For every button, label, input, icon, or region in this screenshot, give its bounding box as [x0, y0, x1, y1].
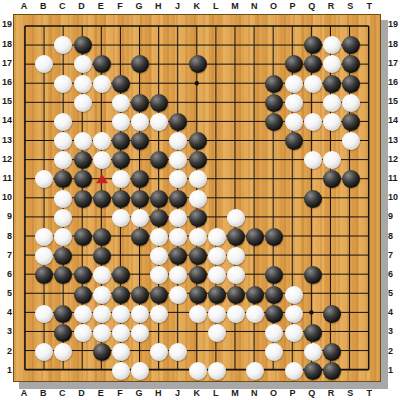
intersection-F15[interactable]: [111, 93, 130, 112]
intersection-S18[interactable]: [342, 36, 361, 55]
intersection-B12[interactable]: [35, 151, 54, 170]
intersection-R15[interactable]: [322, 93, 341, 112]
intersection-S13[interactable]: [342, 132, 361, 151]
intersection-P14[interactable]: [284, 112, 303, 131]
intersection-G2[interactable]: [131, 343, 150, 362]
intersection-P17[interactable]: [284, 55, 303, 74]
intersection-B15[interactable]: [35, 93, 54, 112]
intersection-A11[interactable]: [15, 170, 34, 189]
intersection-A8[interactable]: [15, 227, 34, 246]
intersection-E1[interactable]: [92, 362, 111, 381]
intersection-S1[interactable]: [342, 362, 361, 381]
intersection-P1[interactable]: [284, 362, 303, 381]
intersection-L4[interactable]: [207, 304, 226, 323]
intersection-A15[interactable]: [15, 93, 34, 112]
intersection-Q15[interactable]: [303, 93, 322, 112]
intersection-L5[interactable]: [207, 285, 226, 304]
intersection-B17[interactable]: [35, 55, 54, 74]
intersection-F12[interactable]: [111, 151, 130, 170]
intersection-R4[interactable]: [322, 304, 341, 323]
intersection-P7[interactable]: [284, 247, 303, 266]
intersection-G11[interactable]: [131, 170, 150, 189]
intersection-T18[interactable]: [361, 36, 380, 55]
intersection-H13[interactable]: [150, 132, 169, 151]
intersection-N17[interactable]: [246, 55, 265, 74]
intersection-J3[interactable]: [169, 323, 188, 342]
intersection-K5[interactable]: [188, 285, 207, 304]
intersection-C16[interactable]: [54, 74, 73, 93]
intersection-G7[interactable]: [131, 247, 150, 266]
intersection-K13[interactable]: [188, 132, 207, 151]
intersection-Q10[interactable]: [303, 189, 322, 208]
intersection-C7[interactable]: [54, 247, 73, 266]
intersection-F6[interactable]: [111, 266, 130, 285]
intersection-N1[interactable]: [246, 362, 265, 381]
intersection-Q8[interactable]: [303, 227, 322, 246]
intersection-O8[interactable]: [265, 227, 284, 246]
intersection-P5[interactable]: [284, 285, 303, 304]
intersection-Q7[interactable]: [303, 247, 322, 266]
intersection-R6[interactable]: [322, 266, 341, 285]
intersection-O17[interactable]: [265, 55, 284, 74]
intersection-K14[interactable]: [188, 112, 207, 131]
intersection-F2[interactable]: [111, 343, 130, 362]
intersection-K12[interactable]: [188, 151, 207, 170]
intersection-L19[interactable]: [207, 16, 226, 35]
intersection-D10[interactable]: [73, 189, 92, 208]
intersection-G12[interactable]: [131, 151, 150, 170]
intersection-H7[interactable]: [150, 247, 169, 266]
intersection-P2[interactable]: [284, 343, 303, 362]
intersection-T15[interactable]: [361, 93, 380, 112]
intersection-Q18[interactable]: [303, 36, 322, 55]
intersection-Q5[interactable]: [303, 285, 322, 304]
intersection-E10[interactable]: [92, 189, 111, 208]
intersection-A7[interactable]: [15, 247, 34, 266]
intersection-T7[interactable]: [361, 247, 380, 266]
intersection-D2[interactable]: [73, 343, 92, 362]
intersection-E8[interactable]: [92, 227, 111, 246]
intersection-O9[interactable]: [265, 208, 284, 227]
intersection-P11[interactable]: [284, 170, 303, 189]
intersection-R12[interactable]: [322, 151, 341, 170]
intersection-M9[interactable]: [226, 208, 245, 227]
intersection-R10[interactable]: [322, 189, 341, 208]
intersection-N9[interactable]: [246, 208, 265, 227]
intersection-B2[interactable]: [35, 343, 54, 362]
intersection-M19[interactable]: [226, 16, 245, 35]
intersection-K6[interactable]: [188, 266, 207, 285]
intersection-Q3[interactable]: [303, 323, 322, 342]
intersection-L15[interactable]: [207, 93, 226, 112]
intersection-E9[interactable]: [92, 208, 111, 227]
intersection-B14[interactable]: [35, 112, 54, 131]
intersection-Q4[interactable]: [303, 304, 322, 323]
intersection-N11[interactable]: [246, 170, 265, 189]
intersection-D8[interactable]: [73, 227, 92, 246]
intersection-T9[interactable]: [361, 208, 380, 227]
intersection-R18[interactable]: [322, 36, 341, 55]
intersection-G9[interactable]: [131, 208, 150, 227]
intersection-P10[interactable]: [284, 189, 303, 208]
intersection-H14[interactable]: [150, 112, 169, 131]
intersection-T12[interactable]: [361, 151, 380, 170]
intersection-H3[interactable]: [150, 323, 169, 342]
intersection-L7[interactable]: [207, 247, 226, 266]
intersection-C10[interactable]: [54, 189, 73, 208]
intersection-R14[interactable]: [322, 112, 341, 131]
intersection-T13[interactable]: [361, 132, 380, 151]
intersection-A18[interactable]: [15, 36, 34, 55]
intersection-L11[interactable]: [207, 170, 226, 189]
intersection-B7[interactable]: [35, 247, 54, 266]
intersection-A6[interactable]: [15, 266, 34, 285]
intersection-R17[interactable]: [322, 55, 341, 74]
intersection-T17[interactable]: [361, 55, 380, 74]
intersection-N6[interactable]: [246, 266, 265, 285]
intersection-S9[interactable]: [342, 208, 361, 227]
intersection-C18[interactable]: [54, 36, 73, 55]
intersection-J2[interactable]: [169, 343, 188, 362]
intersection-J12[interactable]: [169, 151, 188, 170]
intersection-H18[interactable]: [150, 36, 169, 55]
intersection-E3[interactable]: [92, 323, 111, 342]
intersection-B13[interactable]: [35, 132, 54, 151]
intersection-L14[interactable]: [207, 112, 226, 131]
intersection-R7[interactable]: [322, 247, 341, 266]
intersection-J14[interactable]: [169, 112, 188, 131]
intersection-M15[interactable]: [226, 93, 245, 112]
intersection-F8[interactable]: [111, 227, 130, 246]
intersection-O14[interactable]: [265, 112, 284, 131]
intersection-K8[interactable]: [188, 227, 207, 246]
intersection-A2[interactable]: [15, 343, 34, 362]
intersection-J7[interactable]: [169, 247, 188, 266]
intersection-O3[interactable]: [265, 323, 284, 342]
intersection-G19[interactable]: [131, 16, 150, 35]
intersection-O6[interactable]: [265, 266, 284, 285]
intersection-M18[interactable]: [226, 36, 245, 55]
intersection-A9[interactable]: [15, 208, 34, 227]
intersection-K15[interactable]: [188, 93, 207, 112]
intersection-R11[interactable]: [322, 170, 341, 189]
intersection-H17[interactable]: [150, 55, 169, 74]
intersection-Q17[interactable]: [303, 55, 322, 74]
intersection-S17[interactable]: [342, 55, 361, 74]
intersection-H1[interactable]: [150, 362, 169, 381]
intersection-D7[interactable]: [73, 247, 92, 266]
intersection-G16[interactable]: [131, 74, 150, 93]
intersection-S12[interactable]: [342, 151, 361, 170]
intersection-G15[interactable]: [131, 93, 150, 112]
intersection-H9[interactable]: [150, 208, 169, 227]
intersection-G14[interactable]: [131, 112, 150, 131]
intersection-B9[interactable]: [35, 208, 54, 227]
intersection-N2[interactable]: [246, 343, 265, 362]
intersection-J15[interactable]: [169, 93, 188, 112]
intersection-E15[interactable]: [92, 93, 111, 112]
intersection-D3[interactable]: [73, 323, 92, 342]
intersection-F18[interactable]: [111, 36, 130, 55]
intersection-N7[interactable]: [246, 247, 265, 266]
intersection-K17[interactable]: [188, 55, 207, 74]
intersection-P9[interactable]: [284, 208, 303, 227]
intersection-J19[interactable]: [169, 16, 188, 35]
intersection-N4[interactable]: [246, 304, 265, 323]
intersection-B16[interactable]: [35, 74, 54, 93]
intersection-Q2[interactable]: [303, 343, 322, 362]
intersection-C9[interactable]: [54, 208, 73, 227]
intersection-D1[interactable]: [73, 362, 92, 381]
intersection-S15[interactable]: [342, 93, 361, 112]
intersection-C1[interactable]: [54, 362, 73, 381]
intersection-K16[interactable]: [188, 74, 207, 93]
intersection-G18[interactable]: [131, 36, 150, 55]
intersection-E16[interactable]: [92, 74, 111, 93]
intersection-C15[interactable]: [54, 93, 73, 112]
intersection-B11[interactable]: [35, 170, 54, 189]
intersection-E13[interactable]: [92, 132, 111, 151]
intersection-L8[interactable]: [207, 227, 226, 246]
intersection-J5[interactable]: [169, 285, 188, 304]
intersection-L18[interactable]: [207, 36, 226, 55]
intersection-R19[interactable]: [322, 16, 341, 35]
intersection-J6[interactable]: [169, 266, 188, 285]
intersection-J17[interactable]: [169, 55, 188, 74]
intersection-G1[interactable]: [131, 362, 150, 381]
intersection-D19[interactable]: [73, 16, 92, 35]
intersection-H2[interactable]: [150, 343, 169, 362]
intersection-L9[interactable]: [207, 208, 226, 227]
intersection-F7[interactable]: [111, 247, 130, 266]
intersection-S7[interactable]: [342, 247, 361, 266]
intersection-N5[interactable]: [246, 285, 265, 304]
intersection-B4[interactable]: [35, 304, 54, 323]
intersection-A16[interactable]: [15, 74, 34, 93]
intersection-D17[interactable]: [73, 55, 92, 74]
intersection-K9[interactable]: [188, 208, 207, 227]
intersection-M10[interactable]: [226, 189, 245, 208]
intersection-E19[interactable]: [92, 16, 111, 35]
intersection-F14[interactable]: [111, 112, 130, 131]
intersection-O1[interactable]: [265, 362, 284, 381]
intersection-C13[interactable]: [54, 132, 73, 151]
intersection-B18[interactable]: [35, 36, 54, 55]
intersection-L13[interactable]: [207, 132, 226, 151]
intersection-G10[interactable]: [131, 189, 150, 208]
intersection-F17[interactable]: [111, 55, 130, 74]
intersection-M6[interactable]: [226, 266, 245, 285]
intersection-S5[interactable]: [342, 285, 361, 304]
intersection-L2[interactable]: [207, 343, 226, 362]
intersection-C6[interactable]: [54, 266, 73, 285]
intersection-Q1[interactable]: [303, 362, 322, 381]
intersection-K19[interactable]: [188, 16, 207, 35]
intersection-T5[interactable]: [361, 285, 380, 304]
intersection-H10[interactable]: [150, 189, 169, 208]
intersection-N14[interactable]: [246, 112, 265, 131]
intersection-E18[interactable]: [92, 36, 111, 55]
intersection-L16[interactable]: [207, 74, 226, 93]
intersection-C12[interactable]: [54, 151, 73, 170]
intersection-S2[interactable]: [342, 343, 361, 362]
intersection-T10[interactable]: [361, 189, 380, 208]
intersection-A13[interactable]: [15, 132, 34, 151]
intersection-A14[interactable]: [15, 112, 34, 131]
intersection-F16[interactable]: [111, 74, 130, 93]
intersection-P6[interactable]: [284, 266, 303, 285]
intersection-A17[interactable]: [15, 55, 34, 74]
intersection-O18[interactable]: [265, 36, 284, 55]
intersection-C14[interactable]: [54, 112, 73, 131]
intersection-C19[interactable]: [54, 16, 73, 35]
intersection-N16[interactable]: [246, 74, 265, 93]
intersection-D11[interactable]: [73, 170, 92, 189]
intersection-E2[interactable]: [92, 343, 111, 362]
intersection-H11[interactable]: [150, 170, 169, 189]
intersection-K18[interactable]: [188, 36, 207, 55]
intersection-G5[interactable]: [131, 285, 150, 304]
intersection-Q11[interactable]: [303, 170, 322, 189]
intersection-M5[interactable]: [226, 285, 245, 304]
intersection-O5[interactable]: [265, 285, 284, 304]
intersection-J13[interactable]: [169, 132, 188, 151]
intersection-M1[interactable]: [226, 362, 245, 381]
intersection-S11[interactable]: [342, 170, 361, 189]
intersection-K3[interactable]: [188, 323, 207, 342]
intersection-E12[interactable]: [92, 151, 111, 170]
intersection-S14[interactable]: [342, 112, 361, 131]
intersection-J1[interactable]: [169, 362, 188, 381]
intersection-P8[interactable]: [284, 227, 303, 246]
intersection-S8[interactable]: [342, 227, 361, 246]
intersection-E5[interactable]: [92, 285, 111, 304]
intersection-R16[interactable]: [322, 74, 341, 93]
intersection-T2[interactable]: [361, 343, 380, 362]
intersection-C8[interactable]: [54, 227, 73, 246]
intersection-S19[interactable]: [342, 16, 361, 35]
intersection-H15[interactable]: [150, 93, 169, 112]
intersection-L10[interactable]: [207, 189, 226, 208]
intersection-A3[interactable]: [15, 323, 34, 342]
intersection-R3[interactable]: [322, 323, 341, 342]
intersection-K10[interactable]: [188, 189, 207, 208]
intersection-M7[interactable]: [226, 247, 245, 266]
intersection-F19[interactable]: [111, 16, 130, 35]
intersection-D16[interactable]: [73, 74, 92, 93]
intersection-P16[interactable]: [284, 74, 303, 93]
intersection-T4[interactable]: [361, 304, 380, 323]
intersection-O19[interactable]: [265, 16, 284, 35]
intersection-B6[interactable]: [35, 266, 54, 285]
intersection-T16[interactable]: [361, 74, 380, 93]
intersection-M13[interactable]: [226, 132, 245, 151]
intersection-H4[interactable]: [150, 304, 169, 323]
intersection-D9[interactable]: [73, 208, 92, 227]
intersection-A5[interactable]: [15, 285, 34, 304]
intersection-F4[interactable]: [111, 304, 130, 323]
intersection-J8[interactable]: [169, 227, 188, 246]
intersection-S16[interactable]: [342, 74, 361, 93]
intersection-T14[interactable]: [361, 112, 380, 131]
intersection-T6[interactable]: [361, 266, 380, 285]
intersection-A4[interactable]: [15, 304, 34, 323]
intersection-S4[interactable]: [342, 304, 361, 323]
intersection-O4[interactable]: [265, 304, 284, 323]
intersection-A10[interactable]: [15, 189, 34, 208]
intersection-N10[interactable]: [246, 189, 265, 208]
intersection-B19[interactable]: [35, 16, 54, 35]
intersection-G13[interactable]: [131, 132, 150, 151]
intersection-K4[interactable]: [188, 304, 207, 323]
intersection-H12[interactable]: [150, 151, 169, 170]
intersection-G17[interactable]: [131, 55, 150, 74]
intersection-T3[interactable]: [361, 323, 380, 342]
intersection-R5[interactable]: [322, 285, 341, 304]
intersection-D18[interactable]: [73, 36, 92, 55]
intersection-C17[interactable]: [54, 55, 73, 74]
intersection-C11[interactable]: [54, 170, 73, 189]
intersection-M16[interactable]: [226, 74, 245, 93]
intersection-Q9[interactable]: [303, 208, 322, 227]
intersection-Q6[interactable]: [303, 266, 322, 285]
intersection-E4[interactable]: [92, 304, 111, 323]
intersection-P3[interactable]: [284, 323, 303, 342]
intersection-D5[interactable]: [73, 285, 92, 304]
intersection-N3[interactable]: [246, 323, 265, 342]
intersection-J16[interactable]: [169, 74, 188, 93]
intersection-H6[interactable]: [150, 266, 169, 285]
intersection-S10[interactable]: [342, 189, 361, 208]
intersection-O2[interactable]: [265, 343, 284, 362]
intersection-R9[interactable]: [322, 208, 341, 227]
intersection-T1[interactable]: [361, 362, 380, 381]
intersection-C5[interactable]: [54, 285, 73, 304]
intersection-J9[interactable]: [169, 208, 188, 227]
intersection-G6[interactable]: [131, 266, 150, 285]
intersection-D12[interactable]: [73, 151, 92, 170]
intersection-O7[interactable]: [265, 247, 284, 266]
intersection-O12[interactable]: [265, 151, 284, 170]
intersection-K11[interactable]: [188, 170, 207, 189]
intersection-B1[interactable]: [35, 362, 54, 381]
intersection-C2[interactable]: [54, 343, 73, 362]
intersection-M17[interactable]: [226, 55, 245, 74]
intersection-M2[interactable]: [226, 343, 245, 362]
intersection-T19[interactable]: [361, 16, 380, 35]
intersection-G3[interactable]: [131, 323, 150, 342]
intersection-D6[interactable]: [73, 266, 92, 285]
intersection-K2[interactable]: [188, 343, 207, 362]
intersection-N12[interactable]: [246, 151, 265, 170]
intersection-P12[interactable]: [284, 151, 303, 170]
intersection-D14[interactable]: [73, 112, 92, 131]
intersection-P15[interactable]: [284, 93, 303, 112]
intersection-K7[interactable]: [188, 247, 207, 266]
intersection-F13[interactable]: [111, 132, 130, 151]
intersection-P13[interactable]: [284, 132, 303, 151]
intersection-H16[interactable]: [150, 74, 169, 93]
intersection-Q12[interactable]: [303, 151, 322, 170]
intersection-H19[interactable]: [150, 16, 169, 35]
intersection-F5[interactable]: [111, 285, 130, 304]
intersection-B8[interactable]: [35, 227, 54, 246]
intersection-M12[interactable]: [226, 151, 245, 170]
intersection-J18[interactable]: [169, 36, 188, 55]
intersection-M11[interactable]: [226, 170, 245, 189]
intersection-T8[interactable]: [361, 227, 380, 246]
intersection-T11[interactable]: [361, 170, 380, 189]
